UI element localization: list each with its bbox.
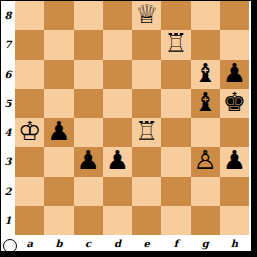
square-h3[interactable]: ♟ [220, 147, 249, 176]
square-g8[interactable] [191, 1, 220, 30]
square-f8[interactable] [161, 1, 190, 30]
square-f5[interactable] [161, 89, 190, 118]
file-label-h: h [220, 235, 249, 252]
square-e3[interactable] [132, 147, 161, 176]
black-pawn: ♟ [47, 117, 70, 146]
black-pawn: ♟ [76, 146, 99, 175]
square-d8[interactable] [103, 1, 132, 30]
square-e1[interactable] [132, 206, 161, 235]
square-d5[interactable] [103, 89, 132, 118]
file-label-c: c [74, 235, 103, 252]
file-label-e: e [132, 235, 161, 252]
square-c2[interactable] [74, 177, 103, 206]
square-d1[interactable] [103, 206, 132, 235]
square-h8[interactable] [220, 1, 249, 30]
square-g1[interactable] [191, 206, 220, 235]
square-b2[interactable] [44, 177, 73, 206]
square-b7[interactable] [44, 30, 73, 59]
square-d7[interactable] [103, 30, 132, 59]
white-rook: ♖ [135, 117, 158, 146]
square-a3[interactable] [15, 147, 44, 176]
square-c6[interactable] [74, 60, 103, 89]
diagram-frame: 87654321 ♕♖♝♟♝♚♔♟♖♟♟♙♟ abcdefgh [0, 0, 257, 257]
rank-label-5: 5 [1, 89, 15, 118]
square-h1[interactable] [220, 206, 249, 235]
square-a5[interactable] [15, 89, 44, 118]
file-label-g: g [191, 235, 220, 252]
rank-label-4: 4 [1, 118, 15, 147]
square-f3[interactable] [161, 147, 190, 176]
square-h7[interactable] [220, 30, 249, 59]
chess-board[interactable]: ♕♖♝♟♝♚♔♟♖♟♟♙♟ [15, 1, 249, 235]
square-b1[interactable] [44, 206, 73, 235]
square-f1[interactable] [161, 206, 190, 235]
black-pawn: ♟ [223, 146, 246, 175]
square-d2[interactable] [103, 177, 132, 206]
white-pawn: ♙ [193, 146, 216, 175]
square-c1[interactable] [74, 206, 103, 235]
rank-label-7: 7 [1, 30, 15, 59]
square-a2[interactable] [15, 177, 44, 206]
rank-labels: 87654321 [1, 1, 15, 235]
rank-label-1: 1 [1, 206, 15, 235]
white-king: ♔ [18, 117, 41, 146]
square-b4[interactable]: ♟ [44, 118, 73, 147]
square-h6[interactable]: ♟ [220, 60, 249, 89]
square-f6[interactable] [161, 60, 190, 89]
file-label-d: d [103, 235, 132, 252]
square-f7[interactable]: ♖ [161, 30, 190, 59]
black-king: ♚ [223, 88, 246, 117]
file-labels: abcdefgh [15, 235, 249, 252]
rank-label-6: 6 [1, 60, 15, 89]
square-c4[interactable] [74, 118, 103, 147]
square-d3[interactable]: ♟ [103, 147, 132, 176]
square-e7[interactable] [132, 30, 161, 59]
square-c8[interactable] [74, 1, 103, 30]
square-f2[interactable] [161, 177, 190, 206]
white-rook: ♖ [164, 29, 187, 58]
file-label-a: a [15, 235, 44, 252]
square-e4[interactable]: ♖ [132, 118, 161, 147]
square-g5[interactable]: ♝ [191, 89, 220, 118]
square-h5[interactable]: ♚ [220, 89, 249, 118]
square-f4[interactable] [161, 118, 190, 147]
black-pawn: ♟ [106, 146, 129, 175]
square-a1[interactable] [15, 206, 44, 235]
file-label-b: b [44, 235, 73, 252]
square-a6[interactable] [15, 60, 44, 89]
square-g4[interactable] [191, 118, 220, 147]
black-bishop: ♝ [193, 59, 216, 88]
black-bishop: ♝ [193, 88, 216, 117]
square-e2[interactable] [132, 177, 161, 206]
rank-label-3: 3 [1, 147, 15, 176]
square-b6[interactable] [44, 60, 73, 89]
square-g7[interactable] [191, 30, 220, 59]
square-a7[interactable] [15, 30, 44, 59]
rank-label-2: 2 [1, 177, 15, 206]
square-b5[interactable] [44, 89, 73, 118]
square-g6[interactable]: ♝ [191, 60, 220, 89]
square-e8[interactable]: ♕ [132, 1, 161, 30]
rank-label-8: 8 [1, 1, 15, 30]
file-label-f: f [161, 235, 190, 252]
square-h4[interactable] [220, 118, 249, 147]
square-h2[interactable] [220, 177, 249, 206]
square-a8[interactable] [15, 1, 44, 30]
square-b3[interactable] [44, 147, 73, 176]
white-to-move-indicator [3, 239, 17, 253]
square-e6[interactable] [132, 60, 161, 89]
square-g2[interactable] [191, 177, 220, 206]
square-g3[interactable]: ♙ [191, 147, 220, 176]
square-c7[interactable] [74, 30, 103, 59]
square-b8[interactable] [44, 1, 73, 30]
square-d4[interactable] [103, 118, 132, 147]
square-c3[interactable]: ♟ [74, 147, 103, 176]
black-pawn: ♟ [223, 59, 246, 88]
square-a4[interactable]: ♔ [15, 118, 44, 147]
square-d6[interactable] [103, 60, 132, 89]
square-e5[interactable] [132, 89, 161, 118]
white-queen: ♕ [135, 0, 158, 29]
square-c5[interactable] [74, 89, 103, 118]
